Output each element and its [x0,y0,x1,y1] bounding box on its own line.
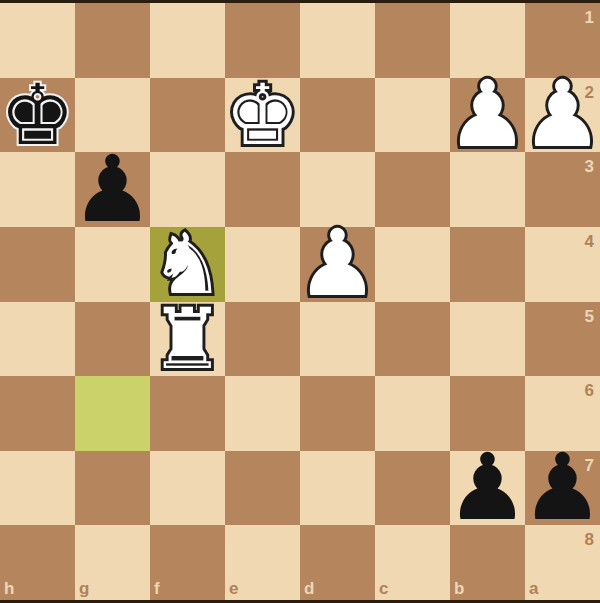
square-d6[interactable] [300,376,375,451]
square-b8[interactable]: b [450,525,525,600]
square-g5[interactable] [75,302,150,377]
square-c3[interactable] [375,152,450,227]
file-label-g: g [79,580,89,597]
chess-app: 1♚♚♚♚♟♟2♟♟♟♟3♞♞♟♟4♜♜56♟♟7♟♟hgfedcb8a [0,0,600,603]
square-d1[interactable] [300,3,375,78]
square-a3[interactable]: 3 [525,152,600,227]
square-c4[interactable] [375,227,450,302]
square-b5[interactable] [450,302,525,377]
white-pawn-glyph: ♟ [525,78,600,153]
square-g6[interactable] [75,376,150,451]
piece-black-pawn-b7[interactable]: ♟♟ [450,451,525,526]
black-pawn-glyph: ♟ [450,451,525,526]
square-f5[interactable]: ♜♜ [150,302,225,377]
square-h8[interactable]: h [0,525,75,600]
square-g4[interactable] [75,227,150,302]
square-c2[interactable] [375,78,450,153]
piece-white-pawn-d4[interactable]: ♟♟ [300,227,375,302]
square-d5[interactable] [300,302,375,377]
square-h3[interactable] [0,152,75,227]
square-c5[interactable] [375,302,450,377]
file-label-a: a [529,580,538,597]
square-b3[interactable] [450,152,525,227]
square-g8[interactable]: g [75,525,150,600]
square-a4[interactable]: 4 [525,227,600,302]
piece-white-rook-f5[interactable]: ♜♜ [150,302,225,377]
square-f8[interactable]: f [150,525,225,600]
square-e4[interactable] [225,227,300,302]
white-pawn-glyph: ♟ [300,227,375,302]
square-h4[interactable] [0,227,75,302]
square-b4[interactable] [450,227,525,302]
square-f2[interactable] [150,78,225,153]
square-g3[interactable]: ♟♟ [75,152,150,227]
square-h5[interactable] [0,302,75,377]
square-d8[interactable]: d [300,525,375,600]
rank-label-1: 1 [585,9,594,26]
square-c8[interactable]: c [375,525,450,600]
file-label-h: h [4,580,14,597]
square-e5[interactable] [225,302,300,377]
rank-label-8: 8 [585,531,594,548]
square-f6[interactable] [150,376,225,451]
square-c6[interactable] [375,376,450,451]
square-h2[interactable]: ♚♚ [0,78,75,153]
square-e2[interactable]: ♚♚ [225,78,300,153]
white-pawn-glyph: ♟ [450,78,525,153]
file-label-e: e [229,580,238,597]
square-d7[interactable] [300,451,375,526]
square-a8[interactable]: 8a [525,525,600,600]
file-label-f: f [154,580,160,597]
piece-black-pawn-a7[interactable]: ♟♟ [525,451,600,526]
piece-white-pawn-a2[interactable]: ♟♟ [525,78,600,153]
file-label-b: b [454,580,464,597]
square-b2[interactable]: ♟♟ [450,78,525,153]
piece-white-pawn-b2[interactable]: ♟♟ [450,78,525,153]
piece-black-king-h2[interactable]: ♚♚ [0,78,75,153]
square-e8[interactable]: e [225,525,300,600]
square-g1[interactable] [75,3,150,78]
black-pawn-glyph: ♟ [525,451,600,526]
square-h7[interactable] [0,451,75,526]
piece-black-pawn-g3[interactable]: ♟♟ [75,152,150,227]
black-king-glyph: ♚ [0,78,75,153]
square-a2[interactable]: 2♟♟ [525,78,600,153]
square-f1[interactable] [150,3,225,78]
piece-white-king-e2[interactable]: ♚♚ [225,78,300,153]
square-b7[interactable]: ♟♟ [450,451,525,526]
square-c1[interactable] [375,3,450,78]
square-g7[interactable] [75,451,150,526]
square-c7[interactable] [375,451,450,526]
square-e6[interactable] [225,376,300,451]
square-f7[interactable] [150,451,225,526]
rank-label-6: 6 [585,382,594,399]
square-d2[interactable] [300,78,375,153]
square-d4[interactable]: ♟♟ [300,227,375,302]
rank-label-3: 3 [585,158,594,175]
white-rook-glyph: ♜ [150,302,225,377]
rank-label-5: 5 [585,308,594,325]
chess-board[interactable]: 1♚♚♚♚♟♟2♟♟♟♟3♞♞♟♟4♜♜56♟♟7♟♟hgfedcb8a [0,3,600,600]
square-a7[interactable]: 7♟♟ [525,451,600,526]
square-a5[interactable]: 5 [525,302,600,377]
file-label-d: d [304,580,314,597]
black-pawn-glyph: ♟ [75,152,150,227]
square-e3[interactable] [225,152,300,227]
white-king-glyph: ♚ [225,78,300,153]
square-e7[interactable] [225,451,300,526]
rank-label-4: 4 [585,233,594,250]
file-label-c: c [379,580,388,597]
square-h6[interactable] [0,376,75,451]
